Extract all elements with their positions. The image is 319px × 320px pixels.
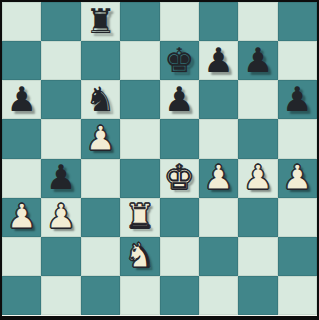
square-d6[interactable]	[120, 80, 159, 119]
square-d7[interactable]	[120, 41, 159, 80]
white-rook-icon: ♜	[125, 199, 155, 233]
square-b2[interactable]	[41, 237, 80, 276]
black-pawn-icon: ♟	[46, 160, 76, 194]
square-h4[interactable]: ♟	[278, 159, 317, 198]
square-c1[interactable]	[81, 276, 120, 315]
square-g6[interactable]	[238, 80, 277, 119]
square-c3[interactable]	[81, 198, 120, 237]
square-b8[interactable]	[41, 2, 80, 41]
square-a4[interactable]	[2, 159, 41, 198]
square-h3[interactable]	[278, 198, 317, 237]
square-b1[interactable]	[41, 276, 80, 315]
square-g4[interactable]: ♟	[238, 159, 277, 198]
square-g3[interactable]	[238, 198, 277, 237]
square-g1[interactable]	[238, 276, 277, 315]
square-f1[interactable]	[199, 276, 238, 315]
square-e2[interactable]	[160, 237, 199, 276]
white-pawn-icon: ♟	[46, 199, 76, 233]
square-d5[interactable]	[120, 119, 159, 158]
square-d2[interactable]: ♞	[120, 237, 159, 276]
square-f8[interactable]	[199, 2, 238, 41]
square-c8[interactable]: ♜	[81, 2, 120, 41]
black-pawn-icon: ♟	[164, 82, 194, 116]
square-a2[interactable]	[2, 237, 41, 276]
white-pawn-icon: ♟	[282, 160, 312, 194]
square-e5[interactable]	[160, 119, 199, 158]
square-d4[interactable]	[120, 159, 159, 198]
white-pawn-icon: ♟	[85, 121, 115, 155]
square-b6[interactable]	[41, 80, 80, 119]
square-c5[interactable]: ♟	[81, 119, 120, 158]
square-f3[interactable]	[199, 198, 238, 237]
square-h6[interactable]: ♟	[278, 80, 317, 119]
square-f6[interactable]	[199, 80, 238, 119]
square-d3[interactable]: ♜	[120, 198, 159, 237]
square-h8[interactable]	[278, 2, 317, 41]
square-h1[interactable]	[278, 276, 317, 315]
black-pawn-icon: ♟	[243, 43, 273, 77]
white-pawn-icon: ♟	[243, 160, 273, 194]
square-e1[interactable]	[160, 276, 199, 315]
square-a6[interactable]: ♟	[2, 80, 41, 119]
black-knight-icon: ♞	[85, 82, 115, 116]
square-f2[interactable]	[199, 237, 238, 276]
square-c4[interactable]	[81, 159, 120, 198]
square-b7[interactable]	[41, 41, 80, 80]
square-f7[interactable]: ♟	[199, 41, 238, 80]
square-e6[interactable]: ♟	[160, 80, 199, 119]
white-pawn-icon: ♟	[203, 160, 233, 194]
square-d1[interactable]	[120, 276, 159, 315]
square-g2[interactable]	[238, 237, 277, 276]
square-g7[interactable]: ♟	[238, 41, 277, 80]
square-e7[interactable]: ♚	[160, 41, 199, 80]
square-c2[interactable]	[81, 237, 120, 276]
square-g5[interactable]	[238, 119, 277, 158]
black-rook-icon: ♜	[85, 4, 115, 38]
black-pawn-icon: ♟	[6, 82, 36, 116]
square-h5[interactable]	[278, 119, 317, 158]
square-d8[interactable]	[120, 2, 159, 41]
square-c7[interactable]	[81, 41, 120, 80]
black-king-icon: ♚	[164, 43, 194, 77]
board-frame: ♜♚♟♟♟♞♟♟♟♟♚♟♟♟♟♟♜♞	[0, 0, 319, 320]
white-king-icon: ♚	[164, 160, 194, 194]
square-h7[interactable]	[278, 41, 317, 80]
white-pawn-icon: ♟	[6, 199, 36, 233]
square-a8[interactable]	[2, 2, 41, 41]
black-pawn-icon: ♟	[282, 82, 312, 116]
square-e4[interactable]: ♚	[160, 159, 199, 198]
square-f5[interactable]	[199, 119, 238, 158]
square-b5[interactable]	[41, 119, 80, 158]
chess-board: ♜♚♟♟♟♞♟♟♟♟♚♟♟♟♟♟♜♞	[2, 2, 317, 316]
square-c6[interactable]: ♞	[81, 80, 120, 119]
square-a3[interactable]: ♟	[2, 198, 41, 237]
white-knight-icon: ♞	[125, 238, 155, 272]
square-e8[interactable]	[160, 2, 199, 41]
square-a5[interactable]	[2, 119, 41, 158]
square-e3[interactable]	[160, 198, 199, 237]
square-b3[interactable]: ♟	[41, 198, 80, 237]
square-g8[interactable]	[238, 2, 277, 41]
black-pawn-icon: ♟	[203, 43, 233, 77]
square-b4[interactable]: ♟	[41, 159, 80, 198]
square-a7[interactable]	[2, 41, 41, 80]
square-h2[interactable]	[278, 237, 317, 276]
square-a1[interactable]	[2, 276, 41, 315]
square-f4[interactable]: ♟	[199, 159, 238, 198]
